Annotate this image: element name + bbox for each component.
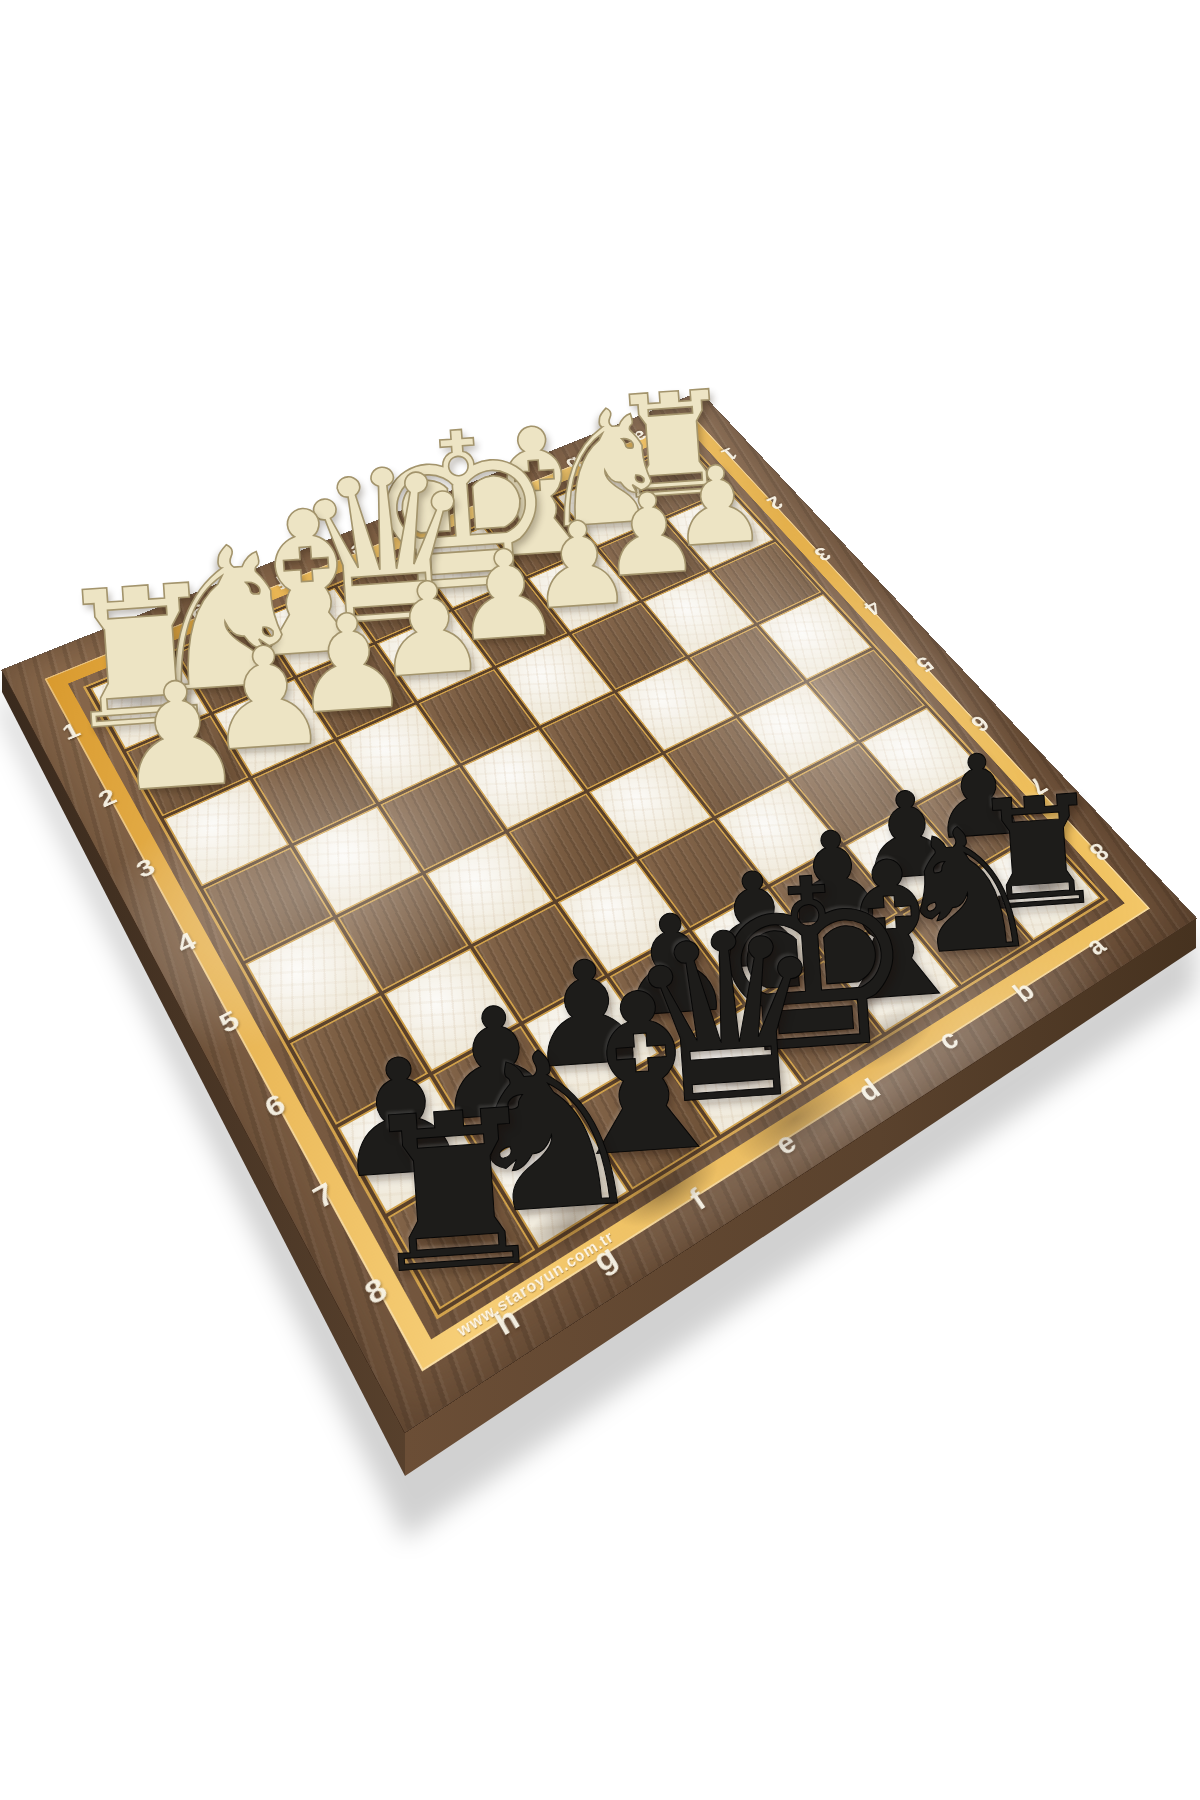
white-pawn-h2[interactable]: ♟ bbox=[101, 659, 255, 813]
black-rook-h8[interactable]: ♜ bbox=[340, 1079, 568, 1307]
pieces-layer: ♜♞♟♝♟♚♟♛♟♝♟♞♟♜♟♟♟♟♜♟♞♟♝♟♚♟♛♟♝♟♞♜ bbox=[0, 0, 1200, 1800]
photo-stage: 1234567812345678hgfedcbahgfedcba www.sta… bbox=[0, 0, 1200, 1800]
